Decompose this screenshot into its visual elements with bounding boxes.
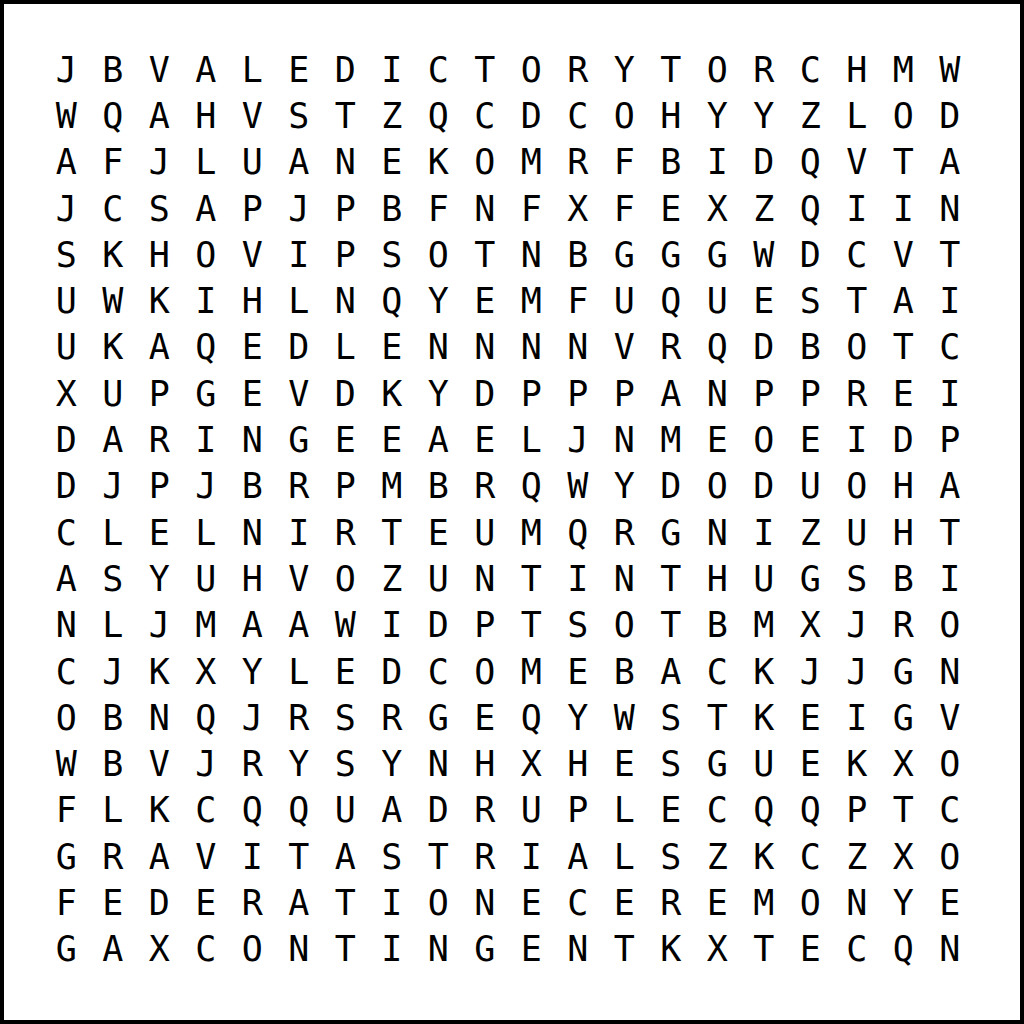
grid-cell[interactable]: F [601,140,648,186]
grid-cell[interactable]: I [369,47,416,93]
grid-cell[interactable]: E [508,880,555,926]
grid-cell[interactable]: G [462,927,509,973]
grid-cell[interactable]: H [136,232,183,278]
grid-cell[interactable]: L [90,788,137,834]
grid-cell[interactable]: F [415,186,462,232]
grid-cell[interactable]: L [601,788,648,834]
grid-cell[interactable]: C [927,788,974,834]
grid-cell[interactable]: S [787,278,834,324]
grid-cell[interactable]: A [322,834,369,880]
grid-cell[interactable]: H [648,93,695,139]
grid-cell[interactable]: E [601,741,648,787]
grid-cell[interactable]: P [322,464,369,510]
grid-cell[interactable]: Q [183,325,230,371]
grid-cell[interactable]: L [508,417,555,463]
grid-cell[interactable]: I [741,510,788,556]
grid-cell[interactable]: O [229,927,276,973]
grid-cell[interactable]: A [415,417,462,463]
grid-cell[interactable]: D [508,93,555,139]
grid-cell[interactable]: J [834,603,881,649]
grid-cell[interactable]: Q [880,927,927,973]
grid-cell[interactable]: I [276,232,323,278]
grid-cell[interactable]: N [601,417,648,463]
grid-cell[interactable]: F [508,186,555,232]
grid-cell[interactable]: G [787,556,834,602]
grid-cell[interactable]: E [229,371,276,417]
grid-cell[interactable]: R [90,834,137,880]
grid-cell[interactable]: T [508,603,555,649]
grid-cell[interactable]: M [880,47,927,93]
grid-cell[interactable]: Q [508,464,555,510]
grid-cell[interactable]: O [43,695,90,741]
grid-cell[interactable]: U [90,371,137,417]
grid-cell[interactable]: E [601,880,648,926]
grid-cell[interactable]: E [787,927,834,973]
grid-cell[interactable]: T [648,556,695,602]
grid-cell[interactable]: X [136,927,183,973]
grid-cell[interactable]: O [462,649,509,695]
grid-cell[interactable]: M [508,140,555,186]
grid-cell[interactable]: I [229,834,276,880]
grid-cell[interactable]: T [880,325,927,371]
grid-cell[interactable]: K [136,278,183,324]
grid-cell[interactable]: N [229,510,276,556]
grid-cell[interactable]: K [90,232,137,278]
grid-cell[interactable]: F [43,788,90,834]
grid-cell[interactable]: B [787,325,834,371]
grid-cell[interactable]: O [322,556,369,602]
grid-cell[interactable]: N [276,927,323,973]
grid-cell[interactable]: J [43,186,90,232]
grid-cell[interactable]: D [787,232,834,278]
grid-cell[interactable]: E [229,325,276,371]
grid-cell[interactable]: A [648,371,695,417]
grid-cell[interactable]: U [787,464,834,510]
grid-cell[interactable]: I [880,186,927,232]
grid-cell[interactable]: E [880,371,927,417]
grid-cell[interactable]: I [694,140,741,186]
grid-cell[interactable]: I [369,603,416,649]
grid-cell[interactable]: I [276,510,323,556]
grid-cell[interactable]: M [508,278,555,324]
grid-cell[interactable]: U [508,788,555,834]
grid-cell[interactable]: S [369,834,416,880]
grid-cell[interactable]: U [741,556,788,602]
grid-cell[interactable]: O [508,47,555,93]
grid-cell[interactable]: I [508,834,555,880]
grid-cell[interactable]: O [834,464,881,510]
grid-cell[interactable]: D [276,325,323,371]
grid-cell[interactable]: Q [694,325,741,371]
grid-cell[interactable]: Y [415,371,462,417]
grid-cell[interactable]: Y [555,695,602,741]
grid-cell[interactable]: J [555,417,602,463]
grid-cell[interactable]: P [229,186,276,232]
grid-cell[interactable]: T [601,927,648,973]
grid-cell[interactable]: I [369,927,416,973]
grid-cell[interactable]: D [415,603,462,649]
grid-cell[interactable]: D [462,371,509,417]
grid-cell[interactable]: A [276,603,323,649]
grid-cell[interactable]: G [694,741,741,787]
grid-cell[interactable]: N [462,325,509,371]
grid-cell[interactable]: H [183,93,230,139]
grid-cell[interactable]: Y [880,880,927,926]
grid-cell[interactable]: U [834,510,881,556]
grid-cell[interactable]: I [369,880,416,926]
grid-cell[interactable]: Q [648,278,695,324]
grid-cell[interactable]: G [648,232,695,278]
grid-cell[interactable]: C [183,788,230,834]
grid-cell[interactable]: E [787,695,834,741]
grid-cell[interactable]: O [694,47,741,93]
grid-cell[interactable]: L [90,510,137,556]
grid-cell[interactable]: E [462,695,509,741]
grid-cell[interactable]: U [183,556,230,602]
grid-cell[interactable]: D [741,325,788,371]
grid-cell[interactable]: P [555,371,602,417]
grid-cell[interactable]: W [601,695,648,741]
grid-cell[interactable]: M [508,649,555,695]
grid-cell[interactable]: C [694,788,741,834]
grid-cell[interactable]: P [927,417,974,463]
grid-cell[interactable]: O [601,93,648,139]
grid-cell[interactable]: C [43,649,90,695]
grid-cell[interactable]: N [834,880,881,926]
grid-cell[interactable]: Y [136,556,183,602]
grid-cell[interactable]: A [136,93,183,139]
grid-cell[interactable]: K [741,649,788,695]
grid-cell[interactable]: R [136,417,183,463]
grid-cell[interactable]: E [369,140,416,186]
grid-cell[interactable]: P [787,371,834,417]
grid-cell[interactable]: U [415,556,462,602]
grid-cell[interactable]: P [322,232,369,278]
grid-cell[interactable]: B [880,556,927,602]
grid-cell[interactable]: D [648,464,695,510]
grid-cell[interactable]: V [229,93,276,139]
grid-cell[interactable]: P [136,371,183,417]
grid-cell[interactable]: N [43,603,90,649]
grid-cell[interactable]: Q [787,788,834,834]
grid-cell[interactable]: M [741,603,788,649]
grid-cell[interactable]: R [462,834,509,880]
grid-cell[interactable]: E [741,278,788,324]
grid-cell[interactable]: C [183,927,230,973]
grid-cell[interactable]: C [787,834,834,880]
grid-cell[interactable]: J [90,649,137,695]
grid-cell[interactable]: G [648,510,695,556]
grid-cell[interactable]: B [555,232,602,278]
grid-cell[interactable]: W [322,603,369,649]
grid-cell[interactable]: B [229,464,276,510]
grid-cell[interactable]: E [462,417,509,463]
grid-cell[interactable]: R [229,880,276,926]
grid-cell[interactable]: N [694,510,741,556]
grid-cell[interactable]: S [834,556,881,602]
grid-cell[interactable]: Z [694,834,741,880]
grid-cell[interactable]: J [834,649,881,695]
grid-cell[interactable]: R [322,510,369,556]
grid-cell[interactable]: W [43,93,90,139]
grid-cell[interactable]: Z [834,834,881,880]
grid-cell[interactable]: W [927,47,974,93]
grid-cell[interactable]: X [787,603,834,649]
grid-cell[interactable]: U [322,788,369,834]
grid-cell[interactable]: C [415,649,462,695]
grid-cell[interactable]: X [694,186,741,232]
grid-cell[interactable]: K [369,371,416,417]
grid-cell[interactable]: R [601,510,648,556]
grid-cell[interactable]: N [462,186,509,232]
grid-cell[interactable]: V [229,232,276,278]
grid-cell[interactable]: O [741,417,788,463]
grid-cell[interactable]: G [43,834,90,880]
grid-cell[interactable]: E [136,510,183,556]
grid-cell[interactable]: K [136,788,183,834]
grid-cell[interactable]: H [555,741,602,787]
grid-cell[interactable]: A [927,464,974,510]
grid-cell[interactable]: N [462,880,509,926]
grid-cell[interactable]: I [555,556,602,602]
grid-cell[interactable]: E [462,278,509,324]
grid-cell[interactable]: S [90,556,137,602]
grid-cell[interactable]: E [369,417,416,463]
grid-cell[interactable]: K [136,649,183,695]
grid-cell[interactable]: D [880,417,927,463]
grid-cell[interactable]: R [462,464,509,510]
grid-cell[interactable]: C [415,47,462,93]
grid-cell[interactable]: C [787,47,834,93]
grid-cell[interactable]: A [90,417,137,463]
grid-cell[interactable]: E [648,788,695,834]
grid-cell[interactable]: V [183,834,230,880]
grid-cell[interactable]: T [276,834,323,880]
grid-cell[interactable]: Z [787,510,834,556]
grid-cell[interactable]: V [276,371,323,417]
grid-cell[interactable]: C [43,510,90,556]
grid-cell[interactable]: G [880,695,927,741]
grid-cell[interactable]: N [508,232,555,278]
grid-cell[interactable]: I [927,371,974,417]
grid-cell[interactable]: S [648,834,695,880]
grid-cell[interactable]: R [648,325,695,371]
grid-cell[interactable]: C [555,880,602,926]
grid-cell[interactable]: H [229,556,276,602]
grid-cell[interactable]: N [555,325,602,371]
grid-cell[interactable]: M [508,510,555,556]
grid-cell[interactable]: A [369,788,416,834]
grid-cell[interactable]: U [43,325,90,371]
grid-cell[interactable]: L [183,140,230,186]
grid-cell[interactable]: R [880,603,927,649]
grid-cell[interactable]: D [322,47,369,93]
grid-cell[interactable]: O [787,880,834,926]
grid-cell[interactable]: N [415,741,462,787]
grid-cell[interactable]: I [927,556,974,602]
grid-cell[interactable]: O [927,741,974,787]
grid-cell[interactable]: T [462,232,509,278]
grid-cell[interactable]: S [369,232,416,278]
grid-cell[interactable]: E [183,880,230,926]
grid-cell[interactable]: T [415,834,462,880]
grid-cell[interactable]: S [276,93,323,139]
grid-cell[interactable]: C [90,186,137,232]
grid-cell[interactable]: E [927,880,974,926]
grid-cell[interactable]: A [229,603,276,649]
grid-cell[interactable]: B [90,695,137,741]
grid-cell[interactable]: T [741,927,788,973]
grid-cell[interactable]: D [43,417,90,463]
grid-cell[interactable]: U [741,741,788,787]
grid-cell[interactable]: A [555,834,602,880]
grid-cell[interactable]: X [508,741,555,787]
grid-cell[interactable]: L [322,325,369,371]
grid-cell[interactable]: B [648,140,695,186]
grid-cell[interactable]: B [369,186,416,232]
grid-cell[interactable]: F [555,278,602,324]
grid-cell[interactable]: A [880,278,927,324]
grid-cell[interactable]: Q [415,93,462,139]
grid-cell[interactable]: T [462,47,509,93]
grid-cell[interactable]: F [43,880,90,926]
grid-cell[interactable]: D [415,788,462,834]
grid-cell[interactable]: E [90,880,137,926]
grid-cell[interactable]: P [462,603,509,649]
grid-cell[interactable]: K [741,695,788,741]
grid-cell[interactable]: B [601,649,648,695]
grid-cell[interactable]: I [927,278,974,324]
grid-cell[interactable]: E [787,741,834,787]
grid-cell[interactable]: A [90,927,137,973]
grid-cell[interactable]: J [229,695,276,741]
grid-cell[interactable]: Q [229,788,276,834]
grid-cell[interactable]: T [369,510,416,556]
grid-cell[interactable]: F [601,186,648,232]
grid-cell[interactable]: S [648,741,695,787]
grid-cell[interactable]: D [43,464,90,510]
grid-cell[interactable]: G [415,695,462,741]
grid-cell[interactable]: N [927,649,974,695]
grid-cell[interactable]: N [322,140,369,186]
grid-cell[interactable]: B [90,47,137,93]
grid-cell[interactable]: R [834,371,881,417]
grid-cell[interactable]: A [276,140,323,186]
grid-cell[interactable]: Q [90,93,137,139]
grid-cell[interactable]: W [741,232,788,278]
grid-cell[interactable]: X [183,649,230,695]
grid-cell[interactable]: O [694,464,741,510]
grid-cell[interactable]: G [601,232,648,278]
grid-cell[interactable]: A [43,140,90,186]
grid-cell[interactable]: L [601,834,648,880]
grid-cell[interactable]: E [276,47,323,93]
grid-cell[interactable]: E [555,649,602,695]
grid-cell[interactable]: K [90,325,137,371]
grid-cell[interactable]: H [834,47,881,93]
grid-cell[interactable]: E [322,417,369,463]
grid-cell[interactable]: Q [787,140,834,186]
grid-cell[interactable]: O [462,140,509,186]
grid-cell[interactable]: O [834,325,881,371]
grid-cell[interactable]: Y [229,649,276,695]
grid-cell[interactable]: W [555,464,602,510]
grid-cell[interactable]: O [927,603,974,649]
grid-cell[interactable]: J [183,741,230,787]
grid-cell[interactable]: D [741,140,788,186]
grid-cell[interactable]: V [834,140,881,186]
grid-cell[interactable]: D [741,464,788,510]
grid-cell[interactable]: P [834,788,881,834]
grid-cell[interactable]: L [834,93,881,139]
grid-cell[interactable]: G [880,649,927,695]
grid-cell[interactable]: E [694,417,741,463]
grid-cell[interactable]: R [462,788,509,834]
grid-cell[interactable]: J [136,603,183,649]
grid-cell[interactable]: M [183,603,230,649]
grid-cell[interactable]: D [322,371,369,417]
grid-cell[interactable]: K [741,834,788,880]
grid-cell[interactable]: X [880,834,927,880]
grid-cell[interactable]: Q [787,186,834,232]
grid-cell[interactable]: P [601,371,648,417]
grid-cell[interactable]: N [462,556,509,602]
grid-cell[interactable]: J [276,186,323,232]
grid-cell[interactable]: T [322,927,369,973]
grid-cell[interactable]: O [183,232,230,278]
grid-cell[interactable]: Y [601,464,648,510]
grid-cell[interactable]: Q [555,510,602,556]
grid-cell[interactable]: C [834,927,881,973]
grid-cell[interactable]: G [183,371,230,417]
grid-cell[interactable]: E [648,186,695,232]
grid-cell[interactable]: W [90,278,137,324]
grid-cell[interactable]: C [555,93,602,139]
grid-cell[interactable]: O [601,603,648,649]
grid-cell[interactable]: T [648,47,695,93]
grid-cell[interactable]: T [648,603,695,649]
grid-cell[interactable]: C [462,93,509,139]
grid-cell[interactable]: R [741,47,788,93]
grid-cell[interactable]: Q [369,278,416,324]
grid-cell[interactable]: S [555,603,602,649]
grid-cell[interactable]: H [229,278,276,324]
grid-cell[interactable]: N [555,927,602,973]
grid-cell[interactable]: C [834,232,881,278]
grid-cell[interactable]: Z [369,556,416,602]
grid-cell[interactable]: E [322,649,369,695]
grid-cell[interactable]: E [694,880,741,926]
grid-cell[interactable]: S [136,186,183,232]
grid-cell[interactable]: T [927,510,974,556]
grid-cell[interactable]: X [43,371,90,417]
grid-cell[interactable]: I [834,186,881,232]
grid-cell[interactable]: R [555,140,602,186]
grid-cell[interactable]: A [136,834,183,880]
grid-cell[interactable]: O [415,880,462,926]
grid-cell[interactable]: J [787,649,834,695]
grid-cell[interactable]: Z [741,186,788,232]
grid-cell[interactable]: V [880,232,927,278]
grid-cell[interactable]: U [462,510,509,556]
grid-cell[interactable]: N [229,417,276,463]
grid-cell[interactable]: X [880,741,927,787]
grid-cell[interactable]: A [136,325,183,371]
grid-cell[interactable]: H [694,556,741,602]
grid-cell[interactable]: T [927,232,974,278]
grid-cell[interactable]: M [648,417,695,463]
grid-cell[interactable]: L [90,603,137,649]
